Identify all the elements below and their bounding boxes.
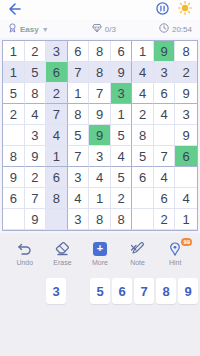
cell-r5c4[interactable]: 5	[68, 125, 90, 146]
cell-r7c7[interactable]: 6	[132, 167, 154, 188]
cell-r2c7[interactable]: 4	[132, 62, 154, 83]
cell-r6c1[interactable]: 8	[3, 146, 25, 167]
cell-r4c8[interactable]: 4	[154, 104, 176, 125]
cell-r6c7[interactable]: 5	[132, 146, 154, 167]
cell-r8c4[interactable]: 4	[68, 188, 90, 209]
cell-r7c4[interactable]: 3	[68, 167, 90, 188]
cell-r9c8[interactable]: 2	[154, 209, 176, 230]
cell-r2c1[interactable]: 1	[3, 62, 25, 83]
cell-r1c1[interactable]: 1	[3, 41, 25, 62]
cell-r4c6[interactable]: 1	[111, 104, 133, 125]
cell-r9c6[interactable]: 8	[111, 209, 133, 230]
cell-r1c9[interactable]: 8	[175, 41, 197, 62]
cell-r9c1[interactable]	[3, 209, 25, 230]
difficulty-label: Easy	[20, 25, 39, 34]
cell-r5c5[interactable]: 9	[89, 125, 111, 146]
cell-r6c9[interactable]: 6	[175, 146, 197, 167]
sun-brightness-icon[interactable]	[178, 1, 192, 19]
mistakes-counter: 0/3	[92, 23, 116, 35]
cell-r6c3[interactable]: 1	[46, 146, 68, 167]
undo-label: Undo	[16, 259, 33, 266]
numpad-key-7[interactable]: 7	[134, 278, 154, 304]
cell-r6c4[interactable]: 7	[68, 146, 90, 167]
cell-r7c8[interactable]: 4	[154, 167, 176, 188]
cell-r2c9[interactable]: 2	[175, 62, 197, 83]
cell-r9c5[interactable]: 8	[89, 209, 111, 230]
cell-r8c2[interactable]: 7	[25, 188, 47, 209]
note-label: Note	[130, 259, 145, 266]
difficulty-selector[interactable]: Easy ▼	[8, 23, 49, 35]
numpad-key-8[interactable]: 8	[156, 278, 176, 304]
cell-r2c5[interactable]: 8	[89, 62, 111, 83]
cell-r3c8[interactable]: 6	[154, 83, 176, 104]
cell-r9c2[interactable]: 9	[25, 209, 47, 230]
cell-r3c3[interactable]: 2	[46, 83, 68, 104]
cell-r6c2[interactable]: 9	[25, 146, 47, 167]
cell-r5c6[interactable]: 5	[111, 125, 133, 146]
cell-r8c1[interactable]: 6	[3, 188, 25, 209]
cell-r8c8[interactable]: 6	[154, 188, 176, 209]
cell-r8c9[interactable]: 4	[175, 188, 197, 209]
cell-r2c4[interactable]: 7	[68, 62, 90, 83]
cell-r1c6[interactable]: 6	[111, 41, 133, 62]
note-button[interactable]: Note	[123, 242, 153, 266]
cell-r3c9[interactable]: 9	[175, 83, 197, 104]
cell-r8c7[interactable]	[132, 188, 154, 209]
numpad-key-3[interactable]: 3	[46, 278, 66, 304]
cell-r5c2[interactable]: 3	[25, 125, 47, 146]
cell-r8c6[interactable]: 2	[111, 188, 133, 209]
undo-icon	[17, 242, 32, 256]
cell-r9c9[interactable]: 1	[175, 209, 197, 230]
pause-icon[interactable]	[156, 1, 169, 19]
cell-r1c4[interactable]: 6	[68, 41, 90, 62]
hint-label: Hint	[169, 259, 181, 266]
cell-r5c3[interactable]: 4	[46, 125, 68, 146]
cell-r7c2[interactable]: 2	[25, 167, 47, 188]
cell-r5c9[interactable]: 9	[175, 125, 197, 146]
cell-r1c7[interactable]: 1	[132, 41, 154, 62]
erase-label: Erase	[53, 259, 71, 266]
cell-r4c2[interactable]: 4	[25, 104, 47, 125]
cell-r4c7[interactable]: 2	[132, 104, 154, 125]
cell-r7c3[interactable]: 6	[46, 167, 68, 188]
cell-r3c5[interactable]: 7	[89, 83, 111, 104]
cell-r1c5[interactable]: 8	[89, 41, 111, 62]
plus-icon: +	[93, 242, 107, 256]
erase-button[interactable]: Erase	[47, 242, 77, 266]
cell-r3c1[interactable]: 5	[3, 83, 25, 104]
hint-bulb-icon	[168, 242, 182, 256]
cell-r4c1[interactable]: 2	[3, 104, 25, 125]
cell-r4c4[interactable]: 8	[68, 104, 90, 125]
cell-r6c8[interactable]: 7	[154, 146, 176, 167]
medal-icon	[8, 23, 17, 35]
cell-r7c9[interactable]	[175, 167, 197, 188]
cell-r4c9[interactable]: 3	[175, 104, 197, 125]
cell-r2c2[interactable]: 5	[25, 62, 47, 83]
grid-area: 1236861981567894325821734692478912433459…	[0, 38, 200, 233]
number-pad: 356789	[0, 266, 200, 304]
cell-r1c3[interactable]: 3	[46, 41, 68, 62]
cell-r2c6[interactable]: 9	[111, 62, 133, 83]
cell-r1c2[interactable]: 2	[25, 41, 47, 62]
more-label: More	[92, 259, 108, 266]
back-arrow-icon[interactable]	[8, 1, 21, 19]
cell-r8c3[interactable]: 8	[46, 188, 68, 209]
cell-r1c8[interactable]: 9	[154, 41, 176, 62]
cell-r3c7[interactable]: 4	[132, 83, 154, 104]
gem-icon	[92, 23, 102, 35]
cell-r5c8[interactable]	[154, 125, 176, 146]
cell-r9c7[interactable]	[132, 209, 154, 230]
undo-button[interactable]: Undo	[10, 242, 40, 266]
timer-value: 20:54	[172, 25, 192, 34]
status-bar: Easy ▼ 0/3 20:54	[0, 20, 200, 38]
sudoku-grid: 1236861981567894325821734692478912433459…	[2, 40, 198, 231]
chevron-down-icon: ▼	[42, 26, 49, 33]
hint-button[interactable]: 99 Hint	[160, 242, 190, 266]
cell-r7c1[interactable]: 9	[3, 167, 25, 188]
clock-icon	[159, 23, 169, 35]
cell-r6c6[interactable]: 4	[111, 146, 133, 167]
cell-r5c1[interactable]	[3, 125, 25, 146]
hint-badge: 99	[181, 238, 192, 246]
cell-r5c7[interactable]: 8	[132, 125, 154, 146]
cell-r3c4[interactable]: 1	[68, 83, 90, 104]
cell-r8c5[interactable]: 1	[89, 188, 111, 209]
timer: 20:54	[159, 23, 192, 35]
more-button[interactable]: + More	[85, 242, 115, 266]
top-bar	[0, 0, 200, 20]
eraser-icon	[55, 242, 70, 256]
pencil-note-icon	[130, 242, 145, 256]
cell-r9c4[interactable]: 3	[68, 209, 90, 230]
numpad-key-6[interactable]: 6	[112, 278, 132, 304]
cell-r2c3[interactable]: 6	[46, 62, 68, 83]
bottom-panel: Undo Erase + More Note 99 Hint 356789	[0, 233, 200, 356]
numpad-key-5[interactable]: 5	[90, 278, 110, 304]
cell-r3c6[interactable]: 3	[111, 83, 133, 104]
cell-r4c3[interactable]: 7	[46, 104, 68, 125]
cell-r7c5[interactable]: 4	[89, 167, 111, 188]
numpad-key-9[interactable]: 9	[178, 278, 198, 304]
mistakes-value: 0/3	[105, 25, 116, 34]
toolbar: Undo Erase + More Note 99 Hint	[0, 240, 200, 266]
cell-r6c5[interactable]: 3	[89, 146, 111, 167]
cell-r3c2[interactable]: 8	[25, 83, 47, 104]
cell-r9c3[interactable]	[46, 209, 68, 230]
cell-r7c6[interactable]: 5	[111, 167, 133, 188]
cell-r2c8[interactable]: 3	[154, 62, 176, 83]
cell-r4c5[interactable]: 9	[89, 104, 111, 125]
